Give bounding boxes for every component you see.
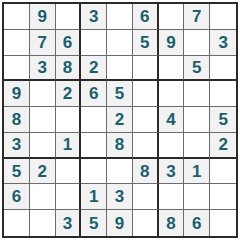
cell-r7c5[interactable]	[107, 159, 133, 185]
cell-r4c5: 5	[107, 81, 133, 107]
cell-r5c4[interactable]	[81, 107, 107, 133]
cell-r1c7[interactable]	[159, 4, 185, 30]
cell-r3c9[interactable]	[210, 56, 236, 82]
cell-r7c8: 1	[184, 159, 210, 185]
cell-r4c2[interactable]	[30, 81, 56, 107]
cell-r2c7: 9	[159, 30, 185, 56]
cell-r3c6[interactable]	[133, 56, 159, 82]
cell-r2c9: 3	[210, 30, 236, 56]
cell-r7c3[interactable]	[56, 159, 82, 185]
cell-r8c4: 1	[81, 184, 107, 210]
cell-r9c6[interactable]	[133, 210, 159, 236]
cell-r7c4[interactable]	[81, 159, 107, 185]
cell-r4c1: 9	[4, 81, 30, 107]
cell-r5c1: 8	[4, 107, 30, 133]
cell-r7c9[interactable]	[210, 159, 236, 185]
cell-r1c8: 7	[184, 4, 210, 30]
cell-r7c2: 2	[30, 159, 56, 185]
cell-r7c7: 3	[159, 159, 185, 185]
cell-r4c6[interactable]	[133, 81, 159, 107]
cell-r2c4[interactable]	[81, 30, 107, 56]
cell-r8c6[interactable]	[133, 184, 159, 210]
cell-r3c3: 8	[56, 56, 82, 82]
cell-r8c1: 6	[4, 184, 30, 210]
cell-r1c1[interactable]	[4, 4, 30, 30]
cell-r8c5: 3	[107, 184, 133, 210]
sudoku-page: { "game": "sudoku", "grid_size": "9x9", …	[0, 0, 240, 240]
cell-r9c2[interactable]	[30, 210, 56, 236]
cell-r5c5: 2	[107, 107, 133, 133]
cell-r4c9[interactable]	[210, 81, 236, 107]
cell-r3c7[interactable]	[159, 56, 185, 82]
cell-r9c7: 8	[159, 210, 185, 236]
cell-r2c5[interactable]	[107, 30, 133, 56]
cell-r8c8[interactable]	[184, 184, 210, 210]
cell-r5c6[interactable]	[133, 107, 159, 133]
cell-r3c1[interactable]	[4, 56, 30, 82]
cell-r1c5[interactable]	[107, 4, 133, 30]
cell-r9c4: 5	[81, 210, 107, 236]
cell-r7c1: 5	[4, 159, 30, 185]
cell-r6c8[interactable]	[184, 133, 210, 159]
cell-r9c1[interactable]	[4, 210, 30, 236]
sudoku-board: 93677659338259265824531825283161335986	[2, 2, 238, 238]
cell-r6c1: 3	[4, 133, 30, 159]
cell-r5c2[interactable]	[30, 107, 56, 133]
cell-r9c9[interactable]	[210, 210, 236, 236]
cell-r8c3[interactable]	[56, 184, 82, 210]
cell-r3c4: 2	[81, 56, 107, 82]
sudoku-board-container: 93677659338259265824531825283161335986	[2, 2, 238, 238]
cell-r2c2: 7	[30, 30, 56, 56]
cell-r2c8[interactable]	[184, 30, 210, 56]
cell-r9c5: 9	[107, 210, 133, 236]
cell-r1c4: 3	[81, 4, 107, 30]
cell-r4c8[interactable]	[184, 81, 210, 107]
cell-r4c3: 2	[56, 81, 82, 107]
cell-r4c4: 6	[81, 81, 107, 107]
cell-r9c3: 3	[56, 210, 82, 236]
cell-r5c7: 4	[159, 107, 185, 133]
cell-r2c6: 5	[133, 30, 159, 56]
cell-r6c6[interactable]	[133, 133, 159, 159]
cell-r6c9: 2	[210, 133, 236, 159]
cell-r9c8: 6	[184, 210, 210, 236]
cell-r5c9: 5	[210, 107, 236, 133]
cell-r3c5[interactable]	[107, 56, 133, 82]
cell-r3c8: 5	[184, 56, 210, 82]
cell-r1c6: 6	[133, 4, 159, 30]
cell-r6c3: 1	[56, 133, 82, 159]
cell-r7c6: 8	[133, 159, 159, 185]
cell-r2c1[interactable]	[4, 30, 30, 56]
cell-r6c5: 8	[107, 133, 133, 159]
cell-r1c3[interactable]	[56, 4, 82, 30]
cell-r3c2: 3	[30, 56, 56, 82]
cell-r6c4[interactable]	[81, 133, 107, 159]
cell-r6c7[interactable]	[159, 133, 185, 159]
cell-r8c7[interactable]	[159, 184, 185, 210]
cell-r1c9[interactable]	[210, 4, 236, 30]
cell-r2c3: 6	[56, 30, 82, 56]
cell-r8c9[interactable]	[210, 184, 236, 210]
cell-r8c2[interactable]	[30, 184, 56, 210]
cell-r1c2: 9	[30, 4, 56, 30]
cell-r6c2[interactable]	[30, 133, 56, 159]
cell-r5c3[interactable]	[56, 107, 82, 133]
cell-r4c7[interactable]	[159, 81, 185, 107]
cell-r5c8[interactable]	[184, 107, 210, 133]
